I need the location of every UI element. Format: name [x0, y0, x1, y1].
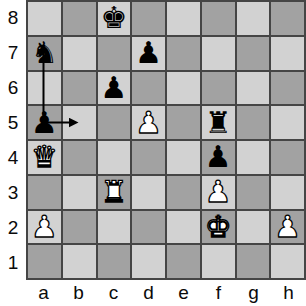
chess-diagram: 87654321 ♚♞♟♟♟♟♜♛♟♜♟♟♚♟ abcdefgh [0, 0, 306, 306]
file-label-g: g [236, 280, 271, 306]
file-label-c: c [96, 280, 131, 306]
square-h6[interactable] [270, 71, 305, 106]
square-g7[interactable] [236, 36, 271, 71]
file-label-b: b [61, 280, 96, 306]
square-d1[interactable] [131, 244, 166, 279]
white-pawn[interactable]: ♟ [274, 212, 301, 242]
rank-label-3: 3 [0, 175, 26, 210]
square-b2[interactable] [62, 210, 97, 245]
square-b7[interactable] [62, 36, 97, 71]
file-label-a: a [26, 280, 61, 306]
square-b3[interactable] [62, 175, 97, 210]
white-pawn[interactable]: ♟ [31, 212, 58, 242]
square-e7[interactable] [166, 36, 201, 71]
file-label-h: h [271, 280, 306, 306]
square-b1[interactable] [62, 244, 97, 279]
black-pawn[interactable]: ♟ [135, 38, 162, 68]
rank-label-8: 8 [0, 0, 26, 35]
square-d2[interactable] [131, 210, 166, 245]
square-g3[interactable] [236, 175, 271, 210]
square-c4[interactable] [97, 140, 132, 175]
square-f5[interactable]: ♜ [201, 105, 236, 140]
square-d7[interactable]: ♟ [131, 36, 166, 71]
square-d4[interactable] [131, 140, 166, 175]
white-pawn[interactable]: ♟ [135, 108, 162, 138]
square-f6[interactable] [201, 71, 236, 106]
square-b5[interactable] [62, 105, 97, 140]
square-e4[interactable] [166, 140, 201, 175]
square-f3[interactable]: ♟ [201, 175, 236, 210]
square-h3[interactable] [270, 175, 305, 210]
square-d8[interactable] [131, 1, 166, 36]
square-f2[interactable]: ♚ [201, 210, 236, 245]
white-rook[interactable]: ♜ [100, 177, 127, 207]
square-e6[interactable] [166, 71, 201, 106]
square-c2[interactable] [97, 210, 132, 245]
board: ♚♞♟♟♟♟♜♛♟♜♟♟♚♟ [26, 0, 306, 280]
square-d3[interactable] [131, 175, 166, 210]
square-a1[interactable] [27, 244, 62, 279]
square-g8[interactable] [236, 1, 271, 36]
black-knight[interactable]: ♞ [31, 38, 58, 68]
square-e3[interactable] [166, 175, 201, 210]
black-king[interactable]: ♚ [100, 3, 127, 33]
square-c3[interactable]: ♜ [97, 175, 132, 210]
black-pawn[interactable]: ♟ [205, 142, 232, 172]
square-e2[interactable] [166, 210, 201, 245]
board-area: ♚♞♟♟♟♟♜♛♟♜♟♟♚♟ [26, 0, 306, 280]
black-rook[interactable]: ♜ [205, 108, 232, 138]
square-c6[interactable]: ♟ [97, 71, 132, 106]
square-f7[interactable] [201, 36, 236, 71]
rank-label-5: 5 [0, 105, 26, 140]
square-b6[interactable] [62, 71, 97, 106]
file-label-e: e [166, 280, 201, 306]
square-g6[interactable] [236, 71, 271, 106]
square-d6[interactable] [131, 71, 166, 106]
rank-label-4: 4 [0, 140, 26, 175]
square-h4[interactable] [270, 140, 305, 175]
square-a8[interactable] [27, 1, 62, 36]
rank-label-2: 2 [0, 210, 26, 245]
square-a6[interactable] [27, 71, 62, 106]
square-g4[interactable] [236, 140, 271, 175]
white-king[interactable]: ♚ [205, 212, 232, 242]
rank-label-1: 1 [0, 245, 26, 280]
square-g5[interactable] [236, 105, 271, 140]
square-c7[interactable] [97, 36, 132, 71]
square-f8[interactable] [201, 1, 236, 36]
rank-label-7: 7 [0, 35, 26, 70]
square-e1[interactable] [166, 244, 201, 279]
square-e8[interactable] [166, 1, 201, 36]
square-b4[interactable] [62, 140, 97, 175]
square-c8[interactable]: ♚ [97, 1, 132, 36]
black-pawn[interactable]: ♟ [31, 108, 58, 138]
file-label-d: d [131, 280, 166, 306]
square-h7[interactable] [270, 36, 305, 71]
square-a7[interactable]: ♞ [27, 36, 62, 71]
square-h8[interactable] [270, 1, 305, 36]
rank-labels: 87654321 [0, 0, 26, 280]
square-h2[interactable]: ♟ [270, 210, 305, 245]
square-c1[interactable] [97, 244, 132, 279]
file-labels: abcdefgh [26, 280, 306, 306]
rank-label-6: 6 [0, 70, 26, 105]
square-f1[interactable] [201, 244, 236, 279]
square-h5[interactable] [270, 105, 305, 140]
square-d5[interactable]: ♟ [131, 105, 166, 140]
square-g1[interactable] [236, 244, 271, 279]
white-queen[interactable]: ♛ [31, 142, 58, 172]
square-a3[interactable] [27, 175, 62, 210]
square-e5[interactable] [166, 105, 201, 140]
square-a5[interactable]: ♟ [27, 105, 62, 140]
black-pawn[interactable]: ♟ [100, 73, 127, 103]
file-label-f: f [201, 280, 236, 306]
square-h1[interactable] [270, 244, 305, 279]
square-g2[interactable] [236, 210, 271, 245]
white-pawn[interactable]: ♟ [205, 177, 232, 207]
square-c5[interactable] [97, 105, 132, 140]
square-f4[interactable]: ♟ [201, 140, 236, 175]
square-a4[interactable]: ♛ [27, 140, 62, 175]
square-b8[interactable] [62, 1, 97, 36]
square-a2[interactable]: ♟ [27, 210, 62, 245]
